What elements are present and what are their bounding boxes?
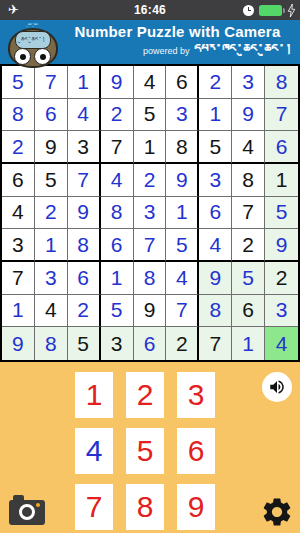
cell-r1c6[interactable]: 6 — [166, 66, 199, 99]
cell-r3c3[interactable]: 3 — [68, 131, 101, 164]
cell-r9c1[interactable]: 9 — [2, 327, 35, 360]
cell-r4c7[interactable]: 3 — [199, 164, 232, 197]
cell-r2c1[interactable]: 8 — [2, 99, 35, 132]
cell-r8c7[interactable]: 8 — [199, 295, 232, 328]
cell-r6c2[interactable]: 1 — [35, 229, 68, 262]
owl-band-text: ཆུང་ཆུང་། — [15, 31, 51, 49]
cell-r3c5[interactable]: 1 — [134, 131, 167, 164]
keypad-key-6[interactable]: 6 — [177, 428, 215, 474]
keypad-key-3[interactable]: 3 — [177, 372, 215, 418]
cell-r9c8[interactable]: 1 — [232, 327, 265, 360]
sound-button[interactable] — [262, 372, 292, 402]
cell-r8c1[interactable]: 1 — [2, 295, 35, 328]
cell-r5c6[interactable]: 1 — [166, 197, 199, 230]
cell-r1c8[interactable]: 3 — [232, 66, 265, 99]
cell-r7c6[interactable]: 4 — [166, 262, 199, 295]
cell-r1c3[interactable]: 1 — [68, 66, 101, 99]
cell-r3c6[interactable]: 8 — [166, 131, 199, 164]
keypad-key-7[interactable]: 7 — [75, 484, 113, 530]
cell-r9c3[interactable]: 5 — [68, 327, 101, 360]
owl-logo: ཆུང་ཆུང ཆུང་ཆུང་། — [6, 22, 60, 68]
cell-r6c3[interactable]: 8 — [68, 229, 101, 262]
speaker-icon — [268, 378, 286, 396]
bottom-panel: 123456789 — [0, 362, 300, 533]
keypad-key-1[interactable]: 1 — [75, 372, 113, 418]
cell-r7c9[interactable]: 2 — [265, 262, 298, 295]
cell-r5c4[interactable]: 8 — [101, 197, 134, 230]
cell-r6c1[interactable]: 3 — [2, 229, 35, 262]
cell-r7c8[interactable]: 5 — [232, 262, 265, 295]
cell-r5c8[interactable]: 7 — [232, 197, 265, 230]
gear-icon — [260, 495, 294, 529]
brand-tibetan-text: དཔར་ཁང་ཆུང་ཆུང་། — [194, 41, 292, 57]
cell-r5c2[interactable]: 2 — [35, 197, 68, 230]
cell-r9c5[interactable]: 6 — [134, 327, 167, 360]
cell-r7c4[interactable]: 1 — [101, 262, 134, 295]
camera-lens-icon — [19, 504, 35, 520]
cell-r4c6[interactable]: 9 — [166, 164, 199, 197]
sudoku-board: 5719462388642531972937185466574293814298… — [0, 64, 300, 362]
alarm-clock-icon — [243, 5, 254, 16]
cell-r2c2[interactable]: 6 — [35, 99, 68, 132]
app-title: Number Puzzle with Camera — [55, 20, 300, 40]
cell-r2c4[interactable]: 2 — [101, 99, 134, 132]
cell-r2c8[interactable]: 9 — [232, 99, 265, 132]
cell-r9c2[interactable]: 8 — [35, 327, 68, 360]
cell-r3c1[interactable]: 2 — [2, 131, 35, 164]
powered-by-label: powered by — [143, 46, 190, 56]
keypad-key-2[interactable]: 2 — [126, 372, 164, 418]
cell-r1c2[interactable]: 7 — [35, 66, 68, 99]
cell-r7c5[interactable]: 8 — [134, 262, 167, 295]
keypad-key-8[interactable]: 8 — [126, 484, 164, 530]
cell-r6c8[interactable]: 2 — [232, 229, 265, 262]
cell-r5c7[interactable]: 6 — [199, 197, 232, 230]
battery-icon — [259, 5, 282, 16]
cell-r1c7[interactable]: 2 — [199, 66, 232, 99]
cell-r2c5[interactable]: 5 — [134, 99, 167, 132]
cell-r4c3[interactable]: 7 — [68, 164, 101, 197]
cell-r8c9[interactable]: 3 — [265, 295, 298, 328]
cell-r8c3[interactable]: 2 — [68, 295, 101, 328]
owl-top-text: ཆུང་ཆུང — [6, 22, 60, 28]
app-header: ཆུང་ཆུང ཆུང་ཆུང་། Number Puzzle with Cam… — [0, 20, 300, 64]
camera-button[interactable] — [9, 500, 45, 525]
cell-r9c9[interactable]: 4 — [265, 327, 298, 360]
cell-r7c7[interactable]: 9 — [199, 262, 232, 295]
cell-r9c6[interactable]: 2 — [166, 327, 199, 360]
cell-r5c1[interactable]: 4 — [2, 197, 35, 230]
cell-r5c9[interactable]: 5 — [265, 197, 298, 230]
cell-r6c7[interactable]: 4 — [199, 229, 232, 262]
cell-r1c9[interactable]: 8 — [265, 66, 298, 99]
cell-r7c3[interactable]: 6 — [68, 262, 101, 295]
cell-r1c5[interactable]: 4 — [134, 66, 167, 99]
cell-r3c2[interactable]: 9 — [35, 131, 68, 164]
cell-r3c8[interactable]: 4 — [232, 131, 265, 164]
owl-eye-right — [34, 48, 51, 65]
keypad-key-5[interactable]: 5 — [126, 428, 164, 474]
cell-r3c7[interactable]: 5 — [199, 131, 232, 164]
settings-button[interactable] — [260, 495, 294, 529]
cell-r8c2[interactable]: 4 — [35, 295, 68, 328]
cell-r6c9[interactable]: 9 — [265, 229, 298, 262]
charging-bolt-icon — [287, 4, 296, 17]
cell-r5c5[interactable]: 3 — [134, 197, 167, 230]
owl-eye-left — [14, 48, 31, 65]
cell-r4c2[interactable]: 5 — [35, 164, 68, 197]
cell-r4c4[interactable]: 4 — [101, 164, 134, 197]
cell-r4c8[interactable]: 8 — [232, 164, 265, 197]
cell-r2c9[interactable]: 7 — [265, 99, 298, 132]
cell-r3c9[interactable]: 6 — [265, 131, 298, 164]
cell-r1c4[interactable]: 9 — [101, 66, 134, 99]
cell-r6c6[interactable]: 5 — [166, 229, 199, 262]
number-keypad: 123456789 — [75, 372, 215, 530]
camera-flash-dot — [36, 503, 40, 507]
cell-r5c3[interactable]: 9 — [68, 197, 101, 230]
cell-r9c4[interactable]: 3 — [101, 327, 134, 360]
cell-r2c7[interactable]: 1 — [199, 99, 232, 132]
app-screen: ✈ 16:46 ཆུང་ཆུང ཆུང་ཆུང་། Number Puzzle … — [0, 0, 300, 533]
status-bar: ✈ 16:46 — [0, 0, 300, 20]
cell-r8c8[interactable]: 6 — [232, 295, 265, 328]
cell-r4c1[interactable]: 6 — [2, 164, 35, 197]
cell-r2c3[interactable]: 4 — [68, 99, 101, 132]
cell-r7c2[interactable]: 3 — [35, 262, 68, 295]
cell-r7c1[interactable]: 7 — [2, 262, 35, 295]
cell-r8c6[interactable]: 7 — [166, 295, 199, 328]
cell-r6c5[interactable]: 7 — [134, 229, 167, 262]
cell-r2c6[interactable]: 3 — [166, 99, 199, 132]
cell-r1c1[interactable]: 5 — [2, 66, 35, 99]
cell-r4c5[interactable]: 2 — [134, 164, 167, 197]
keypad-key-9[interactable]: 9 — [177, 484, 215, 530]
keypad-key-4[interactable]: 4 — [75, 428, 113, 474]
cell-r9c7[interactable]: 7 — [199, 327, 232, 360]
cell-r6c4[interactable]: 6 — [101, 229, 134, 262]
cell-r4c9[interactable]: 1 — [265, 164, 298, 197]
cell-r8c4[interactable]: 5 — [101, 295, 134, 328]
cell-r3c4[interactable]: 7 — [101, 131, 134, 164]
cell-r8c5[interactable]: 9 — [134, 295, 167, 328]
